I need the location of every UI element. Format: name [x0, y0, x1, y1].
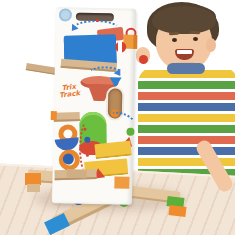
red-marble-in-hand: [139, 55, 148, 64]
boy-ear: [206, 38, 216, 52]
boy-eye-left: [172, 38, 177, 42]
orange-ledge-cap: [51, 111, 57, 120]
boy-eye-right: [193, 37, 198, 41]
wood-block-bottom: [66, 169, 87, 179]
red-dot-print: [96, 19, 99, 22]
base-cap-orange-right: [168, 205, 186, 217]
brand-wordmark: Trix Track: [54, 83, 84, 101]
boy-hair-top: [152, 6, 216, 34]
green-knob: [126, 128, 134, 136]
base-cap-wood: [27, 184, 40, 192]
blue-triangle-print: [109, 77, 121, 87]
yellow-ramp-upper: [94, 141, 131, 160]
brand-line2: Track: [55, 90, 84, 101]
red-white-marble: [115, 41, 126, 52]
brand-logo-badge: [59, 8, 72, 21]
red-dot-1: [83, 128, 86, 131]
boy-shirt-collar: [167, 63, 205, 74]
orange-block-bottom: [114, 176, 129, 188]
trix-track-board: Trix Track: [52, 7, 136, 205]
wooden-ledge-left: [54, 112, 80, 122]
product-photo: Trix Track: [0, 0, 235, 235]
boy-teeth: [177, 50, 192, 54]
blue-mini-marble: [84, 137, 90, 143]
